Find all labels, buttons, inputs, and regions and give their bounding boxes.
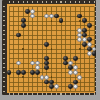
- left-coordinate-label: [3, 11, 5, 12]
- right-coordinate-label: [95, 86, 96, 87]
- hoshi-point: [79, 48, 81, 50]
- grid-horizontal-line: [9, 63, 94, 64]
- top-coordinate-label: [27, 1, 28, 3]
- left-coordinate-label: [3, 20, 5, 21]
- top-coordinate-label: [13, 1, 14, 3]
- bottom-coordinate-label: [56, 93, 57, 95]
- black-stone: [54, 14, 59, 19]
- black-stone: [73, 56, 78, 61]
- grid-horizontal-line: [9, 68, 94, 69]
- bottom-coordinate-label: [79, 93, 80, 95]
- left-coordinate-label: [3, 6, 5, 7]
- left-coordinate-label: [3, 63, 5, 64]
- top-coordinate-label: [84, 1, 85, 3]
- bottom-coordinate-label: [65, 93, 66, 95]
- top-coordinate-label: [75, 1, 76, 3]
- top-coordinate-label: [70, 1, 71, 3]
- left-coordinate-label: [3, 81, 5, 82]
- right-coordinate-label: [95, 11, 96, 12]
- hoshi-point: [22, 76, 24, 78]
- top-coordinate-label: [51, 1, 52, 3]
- bottom-coordinate-label: [42, 93, 43, 95]
- top-coordinate-label: [65, 1, 66, 3]
- left-coordinate-label: [3, 25, 5, 26]
- white-stone: [87, 51, 92, 56]
- left-coordinate-label: [3, 16, 5, 17]
- bottom-coordinate-label: [18, 93, 19, 95]
- right-coordinate-label: [95, 30, 96, 31]
- bottom-coordinate-label: [60, 93, 61, 95]
- right-coordinate-label: [95, 63, 96, 64]
- top-coordinate-label: [89, 1, 90, 3]
- white-stone: [77, 75, 82, 80]
- left-coordinate-label: [3, 49, 5, 50]
- right-coordinate-label: [95, 6, 96, 7]
- grid-vertical-line: [56, 7, 57, 92]
- right-coordinate-label: [95, 72, 96, 73]
- bottom-coordinate-label: [37, 93, 38, 95]
- top-coordinate-label: [32, 1, 33, 3]
- top-coordinate-label: [94, 1, 95, 3]
- white-stone: [44, 75, 49, 80]
- bottom-coordinate-label: [32, 93, 33, 95]
- white-stone: [73, 84, 78, 89]
- top-coordinate-label: [60, 1, 61, 3]
- black-stone: [82, 28, 87, 33]
- right-coordinate-label: [95, 25, 96, 26]
- bottom-coordinate-label: [94, 93, 95, 95]
- top-coordinate-label: [9, 1, 10, 3]
- grid-horizontal-line: [9, 53, 94, 54]
- right-coordinate-label: [95, 16, 96, 17]
- bottom-coordinate-label: [70, 93, 71, 95]
- right-coordinate-label: [95, 77, 96, 78]
- hoshi-point: [79, 20, 81, 22]
- white-stone: [73, 70, 78, 75]
- bottom-coordinate-label: [13, 93, 14, 95]
- black-stone: [21, 23, 26, 28]
- top-coordinate-label: [79, 1, 80, 3]
- black-stone: [87, 23, 92, 28]
- left-coordinate-label: [3, 34, 5, 35]
- right-coordinate-label: [95, 39, 96, 40]
- right-coordinate-label: [95, 34, 96, 35]
- black-stone: [21, 70, 26, 75]
- grid-horizontal-line: [9, 58, 94, 59]
- black-stone: [35, 70, 40, 75]
- black-stone: [44, 42, 49, 47]
- top-coordinate-label: [23, 1, 24, 3]
- grid-vertical-line: [70, 7, 71, 92]
- left-coordinate-label: [3, 77, 5, 78]
- bottom-coordinate-label: [46, 93, 47, 95]
- right-coordinate-label: [95, 58, 96, 59]
- left-coordinate-label: [3, 53, 5, 54]
- top-coordinate-label: [37, 1, 38, 3]
- right-coordinate-label: [95, 91, 96, 92]
- bottom-coordinate-label: [84, 93, 85, 95]
- top-coordinate-label: [18, 1, 19, 3]
- go-app-screen: [0, 0, 100, 100]
- white-stone: [87, 42, 92, 47]
- left-coordinate-label: [3, 91, 5, 92]
- right-coordinate-label: [95, 67, 96, 68]
- left-coordinate-label: [3, 72, 5, 73]
- right-coordinate-label: [95, 44, 96, 45]
- left-coordinate-label: [3, 39, 5, 40]
- white-stone: [54, 84, 59, 89]
- grid-horizontal-line: [9, 91, 94, 92]
- grid-vertical-line: [75, 7, 76, 92]
- right-coordinate-label: [95, 81, 96, 82]
- bottom-coordinate-label: [23, 93, 24, 95]
- hoshi-point: [22, 48, 24, 50]
- left-coordinate-label: [3, 86, 5, 87]
- right-coordinate-label: [95, 20, 96, 21]
- bottom-coordinate-label: [51, 93, 52, 95]
- left-coordinate-label: [3, 44, 5, 45]
- left-coordinate-label: [3, 30, 5, 31]
- left-coordinate-label: [3, 58, 5, 59]
- top-coordinate-label: [42, 1, 43, 3]
- bottom-coordinate-label: [27, 93, 28, 95]
- top-coordinate-label: [46, 1, 47, 3]
- bottom-coordinate-label: [75, 93, 76, 95]
- grid-vertical-line: [65, 7, 66, 92]
- bottom-coordinate-label: [89, 93, 90, 95]
- left-coordinate-label: [3, 67, 5, 68]
- black-stone: [16, 33, 21, 38]
- top-coordinate-label: [56, 1, 57, 3]
- bottom-coordinate-label: [9, 93, 10, 95]
